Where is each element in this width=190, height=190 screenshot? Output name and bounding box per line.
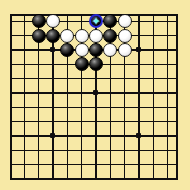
go-stone-white[interactable] <box>89 29 103 43</box>
grid-line <box>167 14 169 180</box>
grid-line <box>10 164 178 166</box>
grid-line <box>24 14 26 180</box>
go-stone-black[interactable] <box>32 14 46 28</box>
go-stone-black[interactable] <box>46 29 60 43</box>
go-stone-white[interactable] <box>118 14 132 28</box>
grid-line <box>10 150 178 152</box>
grid-line <box>138 14 140 180</box>
go-stone-white[interactable] <box>75 43 89 57</box>
grid-line <box>153 14 155 180</box>
go-stone-white[interactable] <box>60 29 74 43</box>
go-stone-white[interactable] <box>118 29 132 43</box>
grid-line <box>10 121 178 123</box>
go-board-diagram[interactable]: ✦ <box>0 0 190 190</box>
grid-line <box>10 107 178 109</box>
grid-line <box>10 78 178 80</box>
grid-line <box>10 135 178 137</box>
go-stone-black[interactable] <box>89 43 103 57</box>
go-stone-black[interactable] <box>75 57 89 71</box>
last-move-marker-icon: ✦ <box>91 15 100 26</box>
go-stone-black[interactable] <box>103 29 117 43</box>
go-stone-white[interactable] <box>75 29 89 43</box>
go-stone-black[interactable] <box>32 29 46 43</box>
go-stone-white[interactable] <box>118 43 132 57</box>
